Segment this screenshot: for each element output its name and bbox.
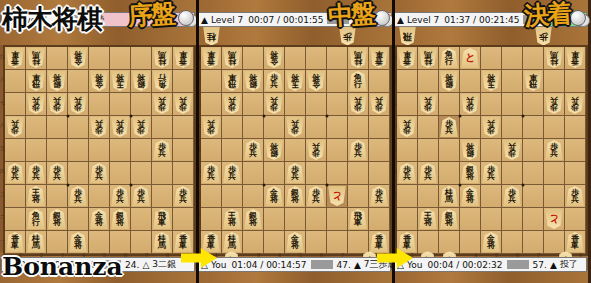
gote-piece-銀将[interactable]: 銀将 <box>111 209 129 229</box>
board-cell[interactable] <box>5 70 26 93</box>
sente-piece-香車[interactable]: 香車 <box>370 48 388 68</box>
board-cell[interactable]: 歩兵 <box>348 93 369 116</box>
board-cell[interactable] <box>201 185 222 208</box>
board-cell[interactable]: 歩兵 <box>502 185 523 208</box>
gote-piece-歩兵[interactable]: 歩兵 <box>265 71 283 91</box>
board-cell[interactable] <box>201 139 222 162</box>
board-cell[interactable]: 王将 <box>418 208 439 231</box>
board-cell[interactable]: 香車 <box>173 47 194 70</box>
board-cell[interactable]: 歩兵 <box>369 185 390 208</box>
board-cell[interactable] <box>418 70 439 93</box>
board-cell[interactable] <box>110 162 131 185</box>
board-cell[interactable]: 飛車 <box>348 208 369 231</box>
board-cell[interactable] <box>243 47 264 70</box>
board-cell[interactable] <box>68 139 89 162</box>
gote-piece-歩兵[interactable]: 歩兵 <box>90 163 108 183</box>
board-cell[interactable] <box>152 116 173 139</box>
board-cell[interactable]: 王将 <box>222 208 243 231</box>
board-cell[interactable]: 王将 <box>26 185 47 208</box>
board-cell[interactable] <box>565 116 586 139</box>
board-cell[interactable] <box>285 208 306 231</box>
gote-piece-銀将[interactable]: 銀将 <box>440 209 458 229</box>
sente-piece-玉将[interactable]: 玉将 <box>111 71 129 91</box>
board-cell[interactable] <box>369 139 390 162</box>
gote-piece-桂馬[interactable]: 桂馬 <box>440 186 458 206</box>
sente-piece-金将[interactable]: 金将 <box>90 71 108 91</box>
board-cell[interactable]: 桂馬 <box>26 231 47 254</box>
sente-piece-歩兵[interactable]: 歩兵 <box>566 94 584 114</box>
board-cell[interactable]: 歩兵 <box>173 93 194 116</box>
gote-piece-金将[interactable]: 金将 <box>265 186 283 206</box>
board-cell[interactable] <box>502 93 523 116</box>
gote-piece-金将[interactable]: 金将 <box>286 232 304 252</box>
board-cell[interactable] <box>565 208 586 231</box>
board-cell[interactable] <box>285 139 306 162</box>
sente-piece-歩兵[interactable]: 歩兵 <box>132 117 150 137</box>
board-cell[interactable]: 角行 <box>348 70 369 93</box>
board-cell[interactable]: 歩兵 <box>481 162 502 185</box>
board-cell[interactable]: 香車 <box>397 47 418 70</box>
board-cell[interactable] <box>439 231 460 254</box>
gote-piece-歩兵[interactable]: 歩兵 <box>48 163 66 183</box>
board-cell[interactable] <box>5 208 26 231</box>
board-cell[interactable] <box>306 93 327 116</box>
board-cell[interactable] <box>397 139 418 162</box>
sente-piece-歩兵[interactable]: 歩兵 <box>545 94 563 114</box>
gote-piece-歩兵[interactable]: 歩兵 <box>482 163 500 183</box>
board-cell[interactable] <box>47 139 68 162</box>
sente-piece-歩兵[interactable]: 歩兵 <box>69 94 87 114</box>
board-cell[interactable]: 金将 <box>68 231 89 254</box>
board-cell[interactable]: 香車 <box>5 231 26 254</box>
board-cell[interactable]: 歩兵 <box>544 139 565 162</box>
board-cell[interactable]: 歩兵 <box>89 162 110 185</box>
board-cell[interactable] <box>68 162 89 185</box>
board-cell[interactable] <box>544 70 565 93</box>
sente-piece-金将[interactable]: 金将 <box>265 48 283 68</box>
board-cell[interactable]: 歩兵 <box>565 93 586 116</box>
sente-piece-角行[interactable]: 角行 <box>153 71 171 91</box>
board-cell[interactable] <box>397 185 418 208</box>
gote-piece-歩兵[interactable]: 歩兵 <box>27 163 45 183</box>
gote-piece-王将[interactable]: 王将 <box>419 209 437 229</box>
gote-piece-飛車[interactable]: 飛車 <box>349 209 367 229</box>
board-cell[interactable] <box>47 185 68 208</box>
board-cell[interactable]: 歩兵 <box>397 162 418 185</box>
gote-piece-飛車[interactable]: 飛車 <box>153 209 171 229</box>
board-cell[interactable]: 桂馬 <box>348 47 369 70</box>
gote-piece-銀将[interactable]: 銀将 <box>461 163 479 183</box>
gote-piece-王将[interactable]: 王将 <box>223 209 241 229</box>
board-cell[interactable]: 歩兵 <box>418 93 439 116</box>
board-cell[interactable] <box>502 231 523 254</box>
gote-piece-歩兵[interactable]: 歩兵 <box>398 163 416 183</box>
sente-piece-銀将[interactable]: 銀将 <box>265 140 283 160</box>
board-cell[interactable]: 歩兵 <box>110 116 131 139</box>
board-cell[interactable]: 歩兵 <box>110 185 131 208</box>
sente-piece-桂馬[interactable]: 桂馬 <box>419 48 437 68</box>
board-cell[interactable]: 飛車 <box>222 70 243 93</box>
board-cell[interactable] <box>110 231 131 254</box>
sente-piece-銀将[interactable]: 銀将 <box>461 140 479 160</box>
board-cell[interactable] <box>481 208 502 231</box>
board-cell[interactable]: 金将 <box>68 47 89 70</box>
gote-piece-歩兵[interactable]: 歩兵 <box>307 186 325 206</box>
gote-piece-歩兵[interactable]: 歩兵 <box>174 186 192 206</box>
board-cell[interactable]: 玉将 <box>285 70 306 93</box>
board-cell[interactable]: 桂馬 <box>544 47 565 70</box>
board-cell[interactable]: 歩兵 <box>47 93 68 116</box>
board-cell[interactable] <box>306 116 327 139</box>
board-cell[interactable] <box>201 208 222 231</box>
board-cell[interactable] <box>369 116 390 139</box>
sente-piece-玉将[interactable]: 玉将 <box>286 71 304 91</box>
board-cell[interactable] <box>47 116 68 139</box>
sente-piece-桂馬[interactable]: 桂馬 <box>545 48 563 68</box>
sente-piece-歩兵[interactable]: 歩兵 <box>419 94 437 114</box>
board-cell[interactable] <box>173 162 194 185</box>
board-cell[interactable] <box>47 47 68 70</box>
board-cell[interactable] <box>89 185 110 208</box>
sente-piece-銀将[interactable]: 銀将 <box>440 71 458 91</box>
board-cell[interactable] <box>481 93 502 116</box>
sente-piece-歩兵[interactable]: 歩兵 <box>202 117 220 137</box>
board-cell[interactable]: 銀将 <box>47 208 68 231</box>
board-cell[interactable]: と <box>327 185 348 208</box>
board-cell[interactable]: 銀将 <box>110 208 131 231</box>
board-cell[interactable] <box>523 93 544 116</box>
board-cell[interactable] <box>523 231 544 254</box>
sente-piece-歩兵[interactable]: 歩兵 <box>90 117 108 137</box>
board-cell[interactable] <box>397 93 418 116</box>
board-cell[interactable] <box>523 185 544 208</box>
sente-piece-歩兵[interactable]: 歩兵 <box>27 94 45 114</box>
board-cell[interactable] <box>131 139 152 162</box>
gote-piece-角行[interactable]: 角行 <box>27 209 45 229</box>
sente-piece-歩兵[interactable]: 歩兵 <box>223 94 241 114</box>
board-cell[interactable] <box>5 93 26 116</box>
board-cell[interactable]: 銀将 <box>264 139 285 162</box>
sente-piece-歩兵[interactable]: 歩兵 <box>111 117 129 137</box>
gote-piece-歩兵[interactable]: 歩兵 <box>566 186 584 206</box>
gote-piece-角行[interactable]: 角行 <box>349 71 367 91</box>
sente-piece-歩兵[interactable]: 歩兵 <box>174 94 192 114</box>
board-cell[interactable]: と <box>544 208 565 231</box>
board-cell[interactable]: 角行 <box>439 47 460 70</box>
board-cell[interactable]: 金将 <box>264 185 285 208</box>
board-cell[interactable]: 玉将 <box>481 70 502 93</box>
board-cell[interactable] <box>327 93 348 116</box>
sente-piece-歩兵[interactable]: 歩兵 <box>307 140 325 160</box>
board-cell[interactable] <box>5 139 26 162</box>
board-cell[interactable] <box>544 185 565 208</box>
sente-piece-歩兵[interactable]: 歩兵 <box>461 94 479 114</box>
board-cell[interactable]: 銀将 <box>460 139 481 162</box>
gote-piece-歩兵[interactable]: 歩兵 <box>440 117 458 137</box>
board-cell[interactable] <box>68 70 89 93</box>
sente-piece-歩兵[interactable]: 歩兵 <box>370 94 388 114</box>
board-cell[interactable]: 歩兵 <box>201 162 222 185</box>
sente-piece-玉将[interactable]: 玉将 <box>482 71 500 91</box>
board-cell[interactable] <box>173 116 194 139</box>
board-cell[interactable]: 歩兵 <box>89 116 110 139</box>
board-cell[interactable] <box>523 162 544 185</box>
board-cell[interactable] <box>89 93 110 116</box>
board-cell[interactable] <box>131 231 152 254</box>
board-cell[interactable] <box>369 70 390 93</box>
gote-piece-歩兵[interactable]: 歩兵 <box>370 186 388 206</box>
board-cell[interactable]: 桂馬 <box>222 231 243 254</box>
board-cell[interactable]: と <box>460 47 481 70</box>
sente-piece-桂馬[interactable]: 桂馬 <box>27 48 45 68</box>
gote-piece-香車[interactable]: 香車 <box>174 232 192 252</box>
board-cell[interactable]: 歩兵 <box>47 162 68 185</box>
board-cell[interactable] <box>110 93 131 116</box>
board-cell[interactable]: 桂馬 <box>439 185 460 208</box>
board-cell[interactable] <box>173 70 194 93</box>
sente-piece-と[interactable]: と <box>328 186 346 206</box>
board-cell[interactable]: 歩兵 <box>131 116 152 139</box>
board-cell[interactable]: 歩兵 <box>348 139 369 162</box>
board-cell[interactable] <box>327 208 348 231</box>
board-cell[interactable] <box>243 162 264 185</box>
board-cell[interactable] <box>439 93 460 116</box>
gote-piece-歩兵[interactable]: 歩兵 <box>503 186 521 206</box>
board-cell[interactable]: 香車 <box>565 47 586 70</box>
board-cell[interactable]: 角行 <box>26 208 47 231</box>
board-cell[interactable] <box>131 208 152 231</box>
board-cell[interactable] <box>348 231 369 254</box>
hand-piece-sente[interactable]: 飛 <box>399 26 416 45</box>
gote-piece-歩兵[interactable]: 歩兵 <box>223 163 241 183</box>
board-cell[interactable]: 歩兵 <box>439 116 460 139</box>
board-cell[interactable] <box>418 185 439 208</box>
board-cell[interactable] <box>544 231 565 254</box>
gote-piece-銀将[interactable]: 銀将 <box>286 186 304 206</box>
gote-piece-歩兵[interactable]: 歩兵 <box>153 140 171 160</box>
board-cell[interactable]: 歩兵 <box>306 185 327 208</box>
sente-piece-歩兵[interactable]: 歩兵 <box>286 117 304 137</box>
board-cell[interactable]: 歩兵 <box>26 93 47 116</box>
gote-piece-香車[interactable]: 香車 <box>370 232 388 252</box>
board-cell[interactable] <box>68 208 89 231</box>
board-cell[interactable]: 歩兵 <box>397 116 418 139</box>
board-cell[interactable] <box>243 116 264 139</box>
board-cell[interactable]: 歩兵 <box>26 162 47 185</box>
board-cell[interactable]: 銀将 <box>439 208 460 231</box>
board-cell[interactable]: 飛車 <box>26 70 47 93</box>
board-cell[interactable]: 歩兵 <box>222 162 243 185</box>
gote-piece-香車[interactable]: 香車 <box>6 232 24 252</box>
board-cell[interactable]: 歩兵 <box>222 93 243 116</box>
board-cell[interactable] <box>89 47 110 70</box>
board-cell[interactable]: 歩兵 <box>131 185 152 208</box>
board-cell[interactable] <box>502 47 523 70</box>
board-cell[interactable] <box>544 162 565 185</box>
sente-piece-飛車[interactable]: 飛車 <box>223 71 241 91</box>
gote-piece-と[interactable]: と <box>461 48 479 68</box>
board-cell[interactable] <box>502 70 523 93</box>
board-cell[interactable] <box>439 162 460 185</box>
gote-piece-金将[interactable]: 金将 <box>69 232 87 252</box>
board-cell[interactable] <box>460 116 481 139</box>
board-cell[interactable] <box>201 70 222 93</box>
board-cell[interactable]: 歩兵 <box>565 185 586 208</box>
board-cell[interactable] <box>306 162 327 185</box>
board-cell[interactable] <box>481 139 502 162</box>
gote-piece-歩兵[interactable]: 歩兵 <box>69 186 87 206</box>
board-cell[interactable] <box>523 47 544 70</box>
board-cell[interactable]: 桂馬 <box>152 47 173 70</box>
sente-piece-金将[interactable]: 金将 <box>307 71 325 91</box>
sente-piece-香車[interactable]: 香車 <box>202 48 220 68</box>
sente-piece-と[interactable]: と <box>545 209 563 229</box>
gote-piece-歩兵[interactable]: 歩兵 <box>111 186 129 206</box>
board-cell[interactable] <box>327 70 348 93</box>
board-cell[interactable]: 角行 <box>152 70 173 93</box>
board-cell[interactable] <box>68 116 89 139</box>
board-cell[interactable] <box>327 231 348 254</box>
board-cell[interactable] <box>523 116 544 139</box>
board-cell[interactable] <box>110 139 131 162</box>
board-cell[interactable] <box>565 70 586 93</box>
board-cell[interactable] <box>222 139 243 162</box>
sente-piece-歩兵[interactable]: 歩兵 <box>265 94 283 114</box>
gote-piece-銀将[interactable]: 銀将 <box>48 209 66 229</box>
board-cell[interactable] <box>264 208 285 231</box>
board-cell[interactable] <box>306 47 327 70</box>
board-cell[interactable] <box>131 162 152 185</box>
board-cell[interactable]: 銀将 <box>47 70 68 93</box>
board-cell[interactable]: 金将 <box>460 185 481 208</box>
board-cell[interactable] <box>327 162 348 185</box>
board-cell[interactable] <box>264 116 285 139</box>
board-cell[interactable] <box>152 162 173 185</box>
board-cell[interactable] <box>369 208 390 231</box>
sente-piece-銀将[interactable]: 銀将 <box>244 71 262 91</box>
sente-piece-銀将[interactable]: 銀将 <box>48 71 66 91</box>
sente-piece-銀将[interactable]: 銀将 <box>132 71 150 91</box>
gote-piece-香車[interactable]: 香車 <box>398 232 416 252</box>
gote-piece-桂馬[interactable]: 桂馬 <box>27 232 45 252</box>
board-cell[interactable] <box>502 116 523 139</box>
board-cell[interactable]: 香車 <box>5 47 26 70</box>
board-cell[interactable]: 歩兵 <box>460 93 481 116</box>
board-cell[interactable]: 桂馬 <box>152 231 173 254</box>
board-cell[interactable]: 金将 <box>481 231 502 254</box>
sente-piece-香車[interactable]: 香車 <box>6 48 24 68</box>
board-cell[interactable] <box>460 70 481 93</box>
board-cell[interactable] <box>243 185 264 208</box>
gote-piece-金将[interactable]: 金将 <box>482 232 500 252</box>
gote-piece-歩兵[interactable]: 歩兵 <box>419 163 437 183</box>
board-cell[interactable]: 桂馬 <box>418 47 439 70</box>
board-cell[interactable]: 歩兵 <box>285 116 306 139</box>
board-cell[interactable]: 香車 <box>173 231 194 254</box>
board-cell[interactable] <box>306 231 327 254</box>
board-cell[interactable] <box>201 93 222 116</box>
board-cell[interactable] <box>285 93 306 116</box>
board-cell[interactable] <box>439 139 460 162</box>
sente-piece-歩兵[interactable]: 歩兵 <box>398 117 416 137</box>
gote-piece-香車[interactable]: 香車 <box>566 232 584 252</box>
board-cell[interactable]: 歩兵 <box>152 93 173 116</box>
board-cell[interactable]: 桂馬 <box>222 47 243 70</box>
board-cell[interactable] <box>26 139 47 162</box>
board-cell[interactable]: 銀将 <box>131 70 152 93</box>
board-cell[interactable] <box>26 116 47 139</box>
board-cell[interactable] <box>306 208 327 231</box>
board-cell[interactable] <box>418 139 439 162</box>
board-cell[interactable]: 銀将 <box>243 70 264 93</box>
board-cell[interactable] <box>327 47 348 70</box>
board-cell[interactable]: 歩兵 <box>5 162 26 185</box>
board-cell[interactable] <box>243 231 264 254</box>
board-cell[interactable] <box>110 47 131 70</box>
board-cell[interactable]: 歩兵 <box>369 93 390 116</box>
board-cell[interactable]: 歩兵 <box>68 185 89 208</box>
gote-piece-桂馬[interactable]: 桂馬 <box>223 232 241 252</box>
sente-piece-桂馬[interactable]: 桂馬 <box>223 48 241 68</box>
sente-piece-歩兵[interactable]: 歩兵 <box>153 94 171 114</box>
board-cell[interactable]: 飛車 <box>523 70 544 93</box>
sente-piece-歩兵[interactable]: 歩兵 <box>48 94 66 114</box>
hand-piece-sente[interactable]: 桂 <box>203 26 220 45</box>
board-cell[interactable] <box>348 162 369 185</box>
sente-piece-飛車[interactable]: 飛車 <box>524 71 542 91</box>
board-cell[interactable]: 歩兵 <box>68 93 89 116</box>
board-cell[interactable] <box>502 208 523 231</box>
board-cell[interactable] <box>327 139 348 162</box>
board-cell[interactable] <box>285 47 306 70</box>
board-cell[interactable]: 歩兵 <box>285 162 306 185</box>
board-cell[interactable] <box>418 116 439 139</box>
board-cell[interactable]: 金将 <box>89 70 110 93</box>
gote-piece-王将[interactable]: 王将 <box>27 186 45 206</box>
sente-piece-金将[interactable]: 金将 <box>69 48 87 68</box>
board-cell[interactable] <box>565 139 586 162</box>
board-cell[interactable] <box>544 116 565 139</box>
board-cell[interactable] <box>243 93 264 116</box>
gote-piece-金将[interactable]: 金将 <box>461 186 479 206</box>
gote-piece-歩兵[interactable]: 歩兵 <box>244 140 262 160</box>
sente-piece-桂馬[interactable]: 桂馬 <box>153 48 171 68</box>
sente-piece-香車[interactable]: 香車 <box>174 48 192 68</box>
board-cell[interactable] <box>481 47 502 70</box>
board-cell[interactable] <box>523 208 544 231</box>
board-cell[interactable]: 歩兵 <box>418 162 439 185</box>
board-cell[interactable] <box>47 231 68 254</box>
sente-piece-飛車[interactable]: 飛車 <box>27 71 45 91</box>
gote-piece-金将[interactable]: 金将 <box>90 209 108 229</box>
board-cell[interactable]: 金将 <box>264 47 285 70</box>
board-cell[interactable] <box>369 162 390 185</box>
board-cell[interactable]: 桂馬 <box>26 47 47 70</box>
sente-piece-香車[interactable]: 香車 <box>398 48 416 68</box>
board-cell[interactable] <box>173 208 194 231</box>
gote-piece-香車[interactable]: 香車 <box>202 232 220 252</box>
sente-piece-歩兵[interactable]: 歩兵 <box>349 94 367 114</box>
board-cell[interactable] <box>264 162 285 185</box>
board-cell[interactable] <box>397 208 418 231</box>
board-cell[interactable] <box>131 47 152 70</box>
board-cell[interactable] <box>264 231 285 254</box>
board-cell[interactable]: 歩兵 <box>544 93 565 116</box>
board-cell[interactable]: 玉将 <box>110 70 131 93</box>
board-cell[interactable]: 金将 <box>285 231 306 254</box>
board-cell[interactable] <box>89 231 110 254</box>
board-cell[interactable] <box>222 185 243 208</box>
